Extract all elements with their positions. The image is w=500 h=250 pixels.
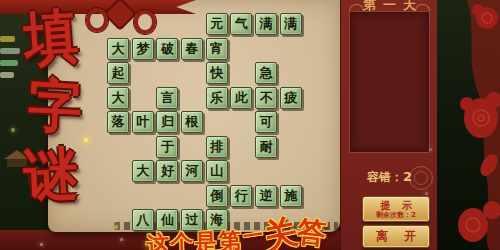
board-tile[interactable]: 归	[156, 111, 178, 133]
board-tile[interactable]: 元	[206, 13, 228, 35]
side-panel: 第一天 容错：2 提 示 剩余次数：2 离 开	[340, 0, 438, 250]
board-tile[interactable]: 梦	[132, 38, 154, 60]
tolerance-label: 容错：	[367, 170, 403, 184]
board-tile[interactable]: 耐	[255, 136, 277, 158]
hint-remaining-label: 剩余次数：2	[376, 211, 416, 219]
title-char: 填	[22, 4, 80, 71]
game-screen: 元气满满大梦破春宵起快急大言乐此不疲落叶归根可于排耐大好河山倒行逆施八仙过海 填…	[0, 0, 500, 250]
seal-circle-icon	[409, 166, 433, 190]
board-tile[interactable]: 根	[181, 111, 203, 133]
board-tile[interactable]: 行	[230, 185, 252, 207]
board-tile[interactable]: 山	[206, 160, 228, 182]
leave-button[interactable]: 离 开	[362, 225, 430, 248]
title-char: 谜	[22, 142, 79, 206]
scene-chat-label	[0, 48, 20, 54]
scene-chat-label	[0, 60, 18, 66]
paper-cut-flower-icon	[437, 0, 500, 250]
board-tile[interactable]: 快	[206, 62, 228, 84]
board-tile[interactable]: 排	[206, 136, 228, 158]
board-tile[interactable]: 倒	[206, 185, 228, 207]
board-tile[interactable]: 起	[107, 62, 129, 84]
board-tile[interactable]: 乐	[206, 87, 228, 109]
cloud-swirl-icon	[415, 4, 430, 11]
board-tile[interactable]: 气	[230, 13, 252, 35]
board-tile[interactable]: 大	[107, 87, 129, 109]
game-title: 填 字 谜	[24, 8, 78, 203]
knot-loop-icon	[134, 10, 156, 34]
hint-button[interactable]: 提 示 剩余次数：2	[362, 196, 430, 222]
board-tile[interactable]: 叶	[132, 111, 154, 133]
firefly-glow	[114, 225, 118, 229]
puzzle-board: 元气满满大梦破春宵起快急大言乐此不疲落叶归根可于排耐大好河山倒行逆施八仙过海	[48, 0, 340, 232]
board-tile[interactable]: 破	[156, 38, 178, 60]
board-tile[interactable]: 急	[255, 62, 277, 84]
scene-chat-label	[0, 72, 14, 78]
promo-caption-part: 这个是第	[146, 226, 243, 250]
board-tile[interactable]: 大	[107, 38, 129, 60]
board-tile[interactable]: 春	[181, 38, 203, 60]
board-tile[interactable]: 宵	[206, 38, 228, 60]
board-tile[interactable]: 逆	[255, 185, 277, 207]
promo-caption: 这个是第 一 关 答	[145, 209, 326, 250]
board-tile[interactable]: 可	[255, 111, 277, 133]
board-tile[interactable]: 大	[132, 160, 154, 182]
board-tile[interactable]: 不	[255, 87, 277, 109]
scene-chat-label	[0, 36, 15, 42]
board-tile[interactable]: 好	[156, 160, 178, 182]
board-tile[interactable]: 疲	[280, 87, 302, 109]
board-tile[interactable]: 施	[280, 185, 302, 207]
background-scene-right	[437, 0, 500, 250]
board-tile[interactable]: 言	[156, 87, 178, 109]
leave-button-label: 离 开	[370, 228, 422, 245]
firefly-glow	[11, 128, 15, 132]
board-tile[interactable]: 河	[181, 160, 203, 182]
title-char: 字	[26, 74, 83, 138]
hint-button-label: 提 示	[376, 200, 415, 211]
board-tile[interactable]: 于	[156, 136, 178, 158]
answer-list-box	[349, 11, 430, 153]
board-tile[interactable]: 满	[280, 13, 302, 35]
board-tile[interactable]: 满	[255, 13, 277, 35]
crossword-grid: 元气满满大梦破春宵起快急大言乐此不疲落叶归根可于排耐大好河山倒行逆施八仙过海	[107, 13, 305, 234]
knot-loop-icon	[86, 8, 108, 32]
board-tile[interactable]: 落	[107, 111, 129, 133]
board-tile[interactable]: 此	[230, 87, 252, 109]
promo-caption-part: 答	[295, 212, 328, 250]
firefly-glow	[84, 138, 88, 142]
